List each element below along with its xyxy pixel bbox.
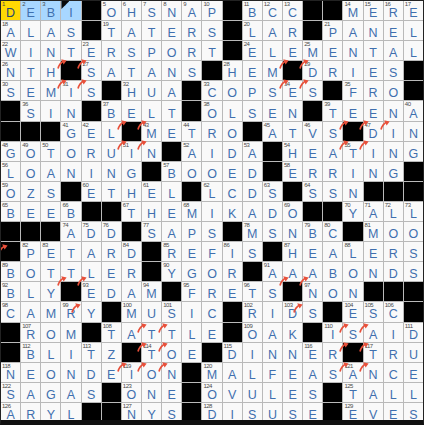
grid-cell-r13c17[interactable]: A — [323, 242, 342, 261]
grid-cell-r20c13[interactable]: U — [243, 383, 262, 402]
grid-cell-r6c18[interactable]: E — [343, 101, 362, 120]
grid-cell-r7c19[interactable]: 47D — [364, 122, 383, 141]
grid-cell-r15c13[interactable]: 96T — [243, 282, 262, 301]
grid-cell-r16c15[interactable]: 103D — [283, 302, 302, 321]
grid-cell-r9c17[interactable]: R — [323, 162, 342, 181]
grid-cell-r2c21[interactable]: L — [404, 21, 423, 40]
grid-cell-r10c13[interactable]: D — [243, 182, 262, 201]
grid-cell-r19c8[interactable]: O — [142, 363, 161, 382]
grid-cell-r8c12[interactable]: D — [223, 142, 242, 161]
grid-cell-r15c7[interactable]: A — [122, 282, 141, 301]
grid-cell-r17c18[interactable]: S — [343, 323, 362, 342]
grid-cell-r11c1[interactable]: 65B — [1, 202, 20, 221]
grid-cell-r6c12[interactable]: L — [223, 101, 242, 120]
grid-cell-r18c6[interactable]: Z — [102, 343, 121, 362]
grid-cell-r14c11[interactable]: O — [202, 262, 221, 281]
grid-cell-r7c20[interactable]: I — [384, 122, 403, 141]
grid-cell-r10c2[interactable]: Z — [21, 182, 40, 201]
grid-cell-r4c2[interactable]: T — [21, 61, 40, 80]
grid-cell-r6c7[interactable]: E — [122, 101, 141, 120]
grid-cell-r13c2[interactable]: 82P — [21, 242, 40, 261]
grid-cell-r9c18[interactable]: I — [343, 162, 362, 181]
grid-cell-r16c7[interactable]: 100M — [122, 302, 141, 321]
grid-cell-r8c18[interactable]: 55T — [343, 142, 362, 161]
grid-cell-r1c3[interactable]: 3B — [41, 1, 60, 20]
grid-cell-r3c7[interactable]: S — [122, 41, 141, 60]
grid-cell-r5c7[interactable]: 32H — [122, 81, 141, 100]
grid-cell-r4c17[interactable]: R — [323, 61, 342, 80]
grid-cell-r1c6[interactable]: 5O — [102, 1, 121, 20]
grid-cell-r12c8[interactable]: 77S — [142, 222, 161, 241]
grid-cell-r14c2[interactable]: O — [21, 262, 40, 281]
grid-cell-r3c11[interactable]: T — [202, 41, 221, 60]
grid-cell-r18c19[interactable]: 117T — [364, 343, 383, 362]
grid-cell-r3c5[interactable]: 23E — [82, 41, 101, 60]
grid-cell-r19c20[interactable]: C — [384, 363, 403, 382]
grid-cell-r4c16[interactable]: 29D — [303, 61, 322, 80]
grid-cell-r19c21[interactable]: E — [404, 363, 423, 382]
grid-cell-r6c2[interactable]: 36S — [21, 101, 40, 120]
grid-cell-r18c13[interactable]: I — [243, 343, 262, 362]
grid-cell-r17c8[interactable]: T — [142, 323, 161, 342]
grid-cell-r2c7[interactable]: A — [122, 21, 141, 40]
grid-cell-r18c12[interactable]: 115D — [223, 343, 242, 362]
grid-cell-r5c8[interactable]: U — [142, 81, 161, 100]
grid-cell-r10c6[interactable]: T — [102, 182, 121, 201]
grid-cell-r10c16[interactable]: 64S — [303, 182, 322, 201]
grid-cell-r15c16[interactable]: 97N — [303, 282, 322, 301]
grid-cell-r19c19[interactable]: N — [364, 363, 383, 382]
grid-cell-r1c8[interactable]: 7S — [142, 1, 161, 20]
grid-cell-r13c3[interactable]: 83E — [41, 242, 60, 261]
grid-cell-r17c17[interactable]: 110I — [323, 323, 342, 342]
grid-cell-r2c20[interactable]: E — [384, 21, 403, 40]
grid-cell-r8c15[interactable]: 54H — [283, 142, 302, 161]
grid-cell-r4c19[interactable]: E — [364, 61, 383, 80]
grid-cell-r11c11[interactable]: I — [202, 202, 221, 221]
grid-cell-r2c10[interactable]: R — [182, 21, 201, 40]
grid-cell-r10c8[interactable]: 61E — [142, 182, 161, 201]
grid-cell-r1c18[interactable]: 14M — [343, 1, 362, 20]
grid-cell-r8c19[interactable]: I — [364, 142, 383, 161]
grid-cell-r5c20[interactable]: O — [384, 81, 403, 100]
grid-cell-r14c4[interactable]: T — [61, 262, 80, 281]
grid-cell-r2c2[interactable]: L — [21, 21, 40, 40]
grid-cell-r3c9[interactable]: O — [162, 41, 181, 60]
crossword-grid[interactable]: 1D2E3B4I5O6H7S8N9A10P11B12C13C14M15E16R1… — [1, 1, 423, 422]
grid-cell-r1c11[interactable]: 10P — [202, 1, 221, 20]
grid-cell-r12c17[interactable]: 80C — [323, 222, 342, 241]
grid-cell-r13c7[interactable]: 84D — [122, 242, 141, 261]
grid-cell-r8c5[interactable]: R — [82, 142, 101, 161]
grid-cell-r12c19[interactable]: 81M — [364, 222, 383, 241]
grid-cell-r20c16[interactable]: S — [303, 383, 322, 402]
grid-cell-r10c3[interactable]: S — [41, 182, 60, 201]
grid-cell-r7c5[interactable]: 42E — [82, 122, 101, 141]
grid-cell-r6c6[interactable]: 37B — [102, 101, 121, 120]
grid-cell-r9c5[interactable]: I — [82, 162, 101, 181]
grid-cell-r9c6[interactable]: N — [102, 162, 121, 181]
grid-cell-r9c1[interactable]: 56L — [1, 162, 20, 181]
grid-cell-r8c8[interactable]: N — [142, 142, 161, 161]
grid-cell-r13c13[interactable]: S — [243, 242, 262, 261]
grid-cell-r13c4[interactable]: T — [61, 242, 80, 261]
grid-cell-r1c7[interactable]: 6H — [122, 1, 141, 20]
grid-cell-r9c19[interactable]: N — [364, 162, 383, 181]
grid-cell-r11c21[interactable]: 73L — [404, 202, 423, 221]
grid-cell-r20c4[interactable]: A — [61, 383, 80, 402]
grid-cell-r15c6[interactable]: D — [102, 282, 121, 301]
grid-cell-r15c1[interactable]: 92B — [1, 282, 20, 301]
grid-cell-r7c17[interactable]: S — [323, 122, 342, 141]
grid-cell-r3c13[interactable]: 24E — [243, 41, 262, 60]
grid-cell-r5c14[interactable]: S — [263, 81, 282, 100]
grid-cell-r19c16[interactable]: A — [303, 363, 322, 382]
grid-cell-r8c16[interactable]: E — [303, 142, 322, 161]
grid-cell-r20c2[interactable]: A — [21, 383, 40, 402]
grid-cell-r3c10[interactable]: R — [182, 41, 201, 60]
grid-cell-r4c8[interactable]: A — [142, 61, 161, 80]
grid-cell-r4c5[interactable]: 27S — [82, 61, 101, 80]
grid-cell-r18c17[interactable]: R — [323, 343, 342, 362]
grid-cell-r17c13[interactable]: 109O — [243, 323, 262, 342]
grid-cell-r11c9[interactable]: E — [162, 202, 181, 221]
grid-cell-r4c9[interactable]: N — [162, 61, 181, 80]
grid-cell-r16c3[interactable]: M — [41, 302, 60, 321]
grid-cell-r8c17[interactable]: A — [323, 142, 342, 161]
grid-cell-r15c5[interactable]: 93E — [82, 282, 101, 301]
grid-cell-r18c3[interactable]: L — [41, 343, 60, 362]
grid-cell-r8c4[interactable]: O — [61, 142, 80, 161]
grid-cell-r12c5[interactable]: 75D — [82, 222, 101, 241]
grid-cell-r3c15[interactable]: E — [283, 41, 302, 60]
grid-cell-r8c3[interactable]: 50T — [41, 142, 60, 161]
grid-cell-r10c17[interactable]: S — [323, 182, 342, 201]
grid-cell-r13c6[interactable]: R — [102, 242, 121, 261]
grid-cell-r2c6[interactable]: 19T — [102, 21, 121, 40]
grid-cell-r1c19[interactable]: 15E — [364, 1, 383, 20]
grid-cell-r14c18[interactable]: O — [343, 262, 362, 281]
grid-cell-r11c14[interactable]: D — [263, 202, 282, 221]
grid-cell-r19c1[interactable]: 118N — [1, 363, 20, 382]
grid-cell-r5c18[interactable]: 35F — [343, 81, 362, 100]
grid-cell-r9c4[interactable]: N — [61, 162, 80, 181]
grid-cell-r3c1[interactable]: 22W — [1, 41, 20, 60]
grid-cell-r6c13[interactable]: S — [243, 101, 262, 120]
grid-cell-r20c5[interactable]: S — [82, 383, 101, 402]
grid-cell-r5c15[interactable]: 34E — [283, 81, 302, 100]
grid-cell-r19c6[interactable]: E — [102, 363, 121, 382]
grid-cell-r4c14[interactable]: M — [263, 61, 282, 80]
grid-cell-r5c5[interactable]: S — [82, 81, 101, 100]
grid-cell-r10c9[interactable]: L — [162, 182, 181, 201]
grid-cell-r16c4[interactable]: 99R — [61, 302, 80, 321]
grid-cell-r3c4[interactable]: T — [61, 41, 80, 60]
grid-cell-r11c15[interactable]: 69O — [283, 202, 302, 221]
grid-cell-r17c7[interactable]: A — [122, 323, 141, 342]
grid-cell-r14c3[interactable]: T — [41, 262, 60, 281]
grid-cell-r19c12[interactable]: A — [223, 363, 242, 382]
grid-cell-r7c10[interactable]: 44T — [182, 122, 201, 141]
grid-cell-r8c10[interactable]: 52A — [182, 142, 201, 161]
grid-cell-r17c9[interactable]: T — [162, 323, 181, 342]
grid-cell-r6c21[interactable]: 40A — [404, 101, 423, 120]
grid-cell-r9c9[interactable]: 57B — [162, 162, 181, 181]
grid-cell-r1c20[interactable]: 16R — [384, 1, 403, 20]
grid-cell-r7c11[interactable]: R — [202, 122, 221, 141]
grid-cell-r8c2[interactable]: 49O — [21, 142, 40, 161]
grid-cell-r11c3[interactable]: E — [41, 202, 60, 221]
grid-cell-r17c19[interactable]: A — [364, 323, 383, 342]
grid-cell-r19c17[interactable]: S — [323, 363, 342, 382]
grid-cell-r12c13[interactable]: 78M — [243, 222, 262, 241]
grid-cell-r9c2[interactable]: O — [21, 162, 40, 181]
grid-cell-r13c10[interactable]: E — [182, 242, 201, 261]
grid-cell-r6c3[interactable]: I — [41, 101, 60, 120]
grid-cell-r12c16[interactable]: 79B — [303, 222, 322, 241]
grid-cell-r2c9[interactable]: E — [162, 21, 181, 40]
grid-cell-r8c7[interactable]: 51I — [122, 142, 141, 161]
grid-cell-r1c2[interactable]: 2E — [21, 1, 40, 20]
grid-cell-r5c4[interactable]: 31I — [61, 81, 80, 100]
grid-cell-r8c20[interactable]: N — [384, 142, 403, 161]
grid-cell-r11c2[interactable]: E — [21, 202, 40, 221]
grid-cell-r19c7[interactable]: 119I — [122, 363, 141, 382]
grid-cell-r16c1[interactable]: 98C — [1, 302, 20, 321]
grid-cell-r14c12[interactable]: R — [223, 262, 242, 281]
grid-cell-r17c10[interactable]: L — [182, 323, 201, 342]
grid-cell-r18c15[interactable]: N — [283, 343, 302, 362]
grid-cell-r3c3[interactable]: N — [41, 41, 60, 60]
grid-cell-r14c9[interactable]: 90Y — [162, 262, 181, 281]
grid-cell-r6c20[interactable]: N — [384, 101, 403, 120]
grid-cell-r5c9[interactable]: A — [162, 81, 181, 100]
grid-cell-r3c20[interactable]: A — [384, 41, 403, 60]
grid-cell-r16c10[interactable]: I — [182, 302, 201, 321]
grid-cell-r11c20[interactable]: 72L — [384, 202, 403, 221]
grid-cell-r9c11[interactable]: O — [202, 162, 221, 181]
grid-cell-r4c7[interactable]: T — [122, 61, 141, 80]
grid-cell-r2c3[interactable]: A — [41, 21, 60, 40]
grid-cell-r18c2[interactable]: 112B — [21, 343, 40, 362]
grid-cell-r14c21[interactable]: S — [404, 262, 423, 281]
grid-cell-r10c1[interactable]: 59O — [1, 182, 20, 201]
grid-cell-r7c6[interactable]: L — [102, 122, 121, 141]
grid-cell-r19c15[interactable]: E — [283, 363, 302, 382]
grid-cell-r18c8[interactable]: 114T — [142, 343, 161, 362]
grid-cell-r14c5[interactable]: L — [82, 262, 101, 281]
grid-cell-r20c14[interactable]: L — [263, 383, 282, 402]
grid-cell-r18c5[interactable]: 113T — [82, 343, 101, 362]
grid-cell-r2c13[interactable]: 20L — [243, 21, 262, 40]
grid-cell-r12c10[interactable]: P — [182, 222, 201, 241]
grid-cell-r5c1[interactable]: 30S — [1, 81, 20, 100]
grid-cell-r20c11[interactable]: 124O — [202, 383, 221, 402]
grid-cell-r7c15[interactable]: T — [283, 122, 302, 141]
grid-cell-r7c4[interactable]: 41G — [61, 122, 80, 141]
grid-cell-r3c17[interactable]: E — [323, 41, 342, 60]
grid-cell-r12c9[interactable]: A — [162, 222, 181, 241]
grid-cell-r5c11[interactable]: 33C — [202, 81, 221, 100]
grid-cell-r8c13[interactable]: 53A — [243, 142, 262, 161]
grid-cell-r6c4[interactable]: N — [61, 101, 80, 120]
grid-cell-r16c18[interactable]: 104E — [343, 302, 362, 321]
grid-cell-r20c7[interactable]: 123O — [122, 383, 141, 402]
grid-cell-r7c12[interactable]: O — [223, 122, 242, 141]
grid-cell-r3c18[interactable]: N — [343, 41, 362, 60]
grid-cell-r4c6[interactable]: A — [102, 61, 121, 80]
grid-cell-r18c21[interactable]: U — [404, 343, 423, 362]
grid-cell-r8c6[interactable]: U — [102, 142, 121, 161]
grid-cell-r10c14[interactable]: 63S — [263, 182, 282, 201]
grid-cell-r9c13[interactable]: D — [243, 162, 262, 181]
grid-cell-r12c20[interactable]: O — [384, 222, 403, 241]
grid-cell-r6c8[interactable]: L — [142, 101, 161, 120]
grid-cell-r6c17[interactable]: 39T — [323, 101, 342, 120]
grid-cell-r1c9[interactable]: 8N — [162, 1, 181, 20]
grid-cell-r13c16[interactable]: E — [303, 242, 322, 261]
grid-cell-r6c15[interactable]: N — [283, 101, 302, 120]
grid-cell-r19c4[interactable]: N — [61, 363, 80, 382]
grid-cell-r9c7[interactable]: G — [122, 162, 141, 181]
grid-cell-r7c9[interactable]: E — [162, 122, 181, 141]
grid-cell-r1c13[interactable]: 11B — [243, 1, 262, 20]
grid-cell-r20c19[interactable]: A — [364, 383, 383, 402]
grid-cell-r19c11[interactable]: 120M — [202, 363, 221, 382]
grid-cell-r3c2[interactable]: I — [21, 41, 40, 60]
grid-cell-r20c3[interactable]: G — [41, 383, 60, 402]
grid-cell-r18c14[interactable]: N — [263, 343, 282, 362]
grid-cell-r15c14[interactable]: S — [263, 282, 282, 301]
grid-cell-r19c2[interactable]: E — [21, 363, 40, 382]
grid-cell-r15c10[interactable]: 95F — [182, 282, 201, 301]
grid-cell-r3c19[interactable]: T — [364, 41, 383, 60]
grid-cell-r17c2[interactable]: 107R — [21, 323, 40, 342]
grid-cell-r17c6[interactable]: 108T — [102, 323, 121, 342]
grid-cell-r13c20[interactable]: R — [384, 242, 403, 261]
grid-cell-r14c14[interactable]: 91A — [263, 262, 282, 281]
grid-cell-r7c21[interactable]: N — [404, 122, 423, 141]
grid-cell-r10c12[interactable]: C — [223, 182, 242, 201]
grid-cell-r5c16[interactable]: S — [303, 81, 322, 100]
grid-cell-r7c8[interactable]: 43M — [142, 122, 161, 141]
grid-cell-r7c14[interactable]: 45A — [263, 122, 282, 141]
grid-cell-r1c14[interactable]: 12C — [263, 1, 282, 20]
grid-cell-r19c18[interactable]: 121A — [343, 363, 362, 382]
grid-cell-r11c13[interactable]: A — [243, 202, 262, 221]
grid-cell-r15c3[interactable]: Y — [41, 282, 60, 301]
grid-cell-r14c10[interactable]: G — [182, 262, 201, 281]
grid-cell-r1c1[interactable]: 1D — [1, 1, 20, 20]
grid-cell-r11c12[interactable]: K — [223, 202, 242, 221]
grid-cell-r13c15[interactable]: 87H — [283, 242, 302, 261]
grid-cell-r12c4[interactable]: 74A — [61, 222, 80, 241]
grid-cell-r16c16[interactable]: S — [303, 302, 322, 321]
grid-cell-r1c10[interactable]: 9A — [182, 1, 201, 20]
grid-cell-r15c2[interactable]: L — [21, 282, 40, 301]
grid-cell-r18c4[interactable]: I — [61, 343, 80, 362]
grid-cell-r10c7[interactable]: H — [122, 182, 141, 201]
grid-cell-r19c14[interactable]: F — [263, 363, 282, 382]
grid-cell-r12c15[interactable]: N — [283, 222, 302, 241]
grid-cell-r1c4[interactable]: 4I — [61, 1, 80, 20]
grid-cell-r14c17[interactable]: B — [323, 262, 342, 281]
grid-cell-r1c15[interactable]: 13C — [283, 1, 302, 20]
grid-cell-r11c19[interactable]: 71A — [364, 202, 383, 221]
grid-cell-r3c6[interactable]: R — [102, 41, 121, 60]
grid-cell-r6c19[interactable]: E — [364, 101, 383, 120]
grid-cell-r5c2[interactable]: E — [21, 81, 40, 100]
grid-cell-r13c12[interactable]: 86I — [223, 242, 242, 261]
grid-cell-r20c20[interactable]: L — [384, 383, 403, 402]
grid-cell-r4c1[interactable]: 26N — [1, 61, 20, 80]
grid-cell-r14c16[interactable]: A — [303, 262, 322, 281]
grid-cell-r2c15[interactable]: R — [283, 21, 302, 40]
grid-cell-r15c18[interactable]: N — [343, 282, 362, 301]
grid-cell-r13c5[interactable]: A — [82, 242, 101, 261]
grid-cell-r16c20[interactable]: 106C — [384, 302, 403, 321]
grid-cell-r15c11[interactable]: R — [202, 282, 221, 301]
grid-cell-r2c18[interactable]: A — [343, 21, 362, 40]
grid-cell-r14c20[interactable]: D — [384, 262, 403, 281]
grid-cell-r15c8[interactable]: 94M — [142, 282, 161, 301]
grid-cell-r2c14[interactable]: A — [263, 21, 282, 40]
grid-cell-r14c7[interactable]: R — [122, 262, 141, 281]
grid-cell-r17c21[interactable]: 111D — [404, 323, 423, 342]
grid-cell-r19c5[interactable]: D — [82, 363, 101, 382]
grid-cell-r16c5[interactable]: Y — [82, 302, 101, 321]
grid-cell-r2c11[interactable]: S — [202, 21, 221, 40]
grid-cell-r18c16[interactable]: 116E — [303, 343, 322, 362]
grid-cell-r14c1[interactable]: 89B — [1, 262, 20, 281]
grid-cell-r11c7[interactable]: 67T — [122, 202, 141, 221]
grid-cell-r18c9[interactable]: O — [162, 343, 181, 362]
grid-cell-r9c10[interactable]: O — [182, 162, 201, 181]
grid-cell-r13c18[interactable]: 88L — [343, 242, 362, 261]
grid-cell-r2c19[interactable]: N — [364, 21, 383, 40]
grid-cell-r8c11[interactable]: I — [202, 142, 221, 161]
grid-cell-r16c2[interactable]: A — [21, 302, 40, 321]
grid-cell-r12c6[interactable]: 76D — [102, 222, 121, 241]
grid-cell-r16c8[interactable]: U — [142, 302, 161, 321]
grid-cell-r4c3[interactable]: H — [41, 61, 60, 80]
grid-cell-r9c12[interactable]: E — [223, 162, 242, 181]
grid-cell-r17c15[interactable]: K — [283, 323, 302, 342]
grid-cell-r13c11[interactable]: F — [202, 242, 221, 261]
grid-cell-r1c21[interactable]: 17E — [404, 1, 423, 20]
grid-cell-r12c21[interactable]: O — [404, 222, 423, 241]
grid-cell-r16c11[interactable]: C — [202, 302, 221, 321]
grid-cell-r20c8[interactable]: N — [142, 383, 161, 402]
grid-cell-r16c14[interactable]: I — [263, 302, 282, 321]
grid-cell-r6c14[interactable]: E — [263, 101, 282, 120]
grid-cell-r3c8[interactable]: P — [142, 41, 161, 60]
grid-cell-r3c21[interactable]: L — [404, 41, 423, 60]
grid-cell-r16c19[interactable]: 105S — [364, 302, 383, 321]
grid-cell-r4c20[interactable]: S — [384, 61, 403, 80]
grid-cell-r3c16[interactable]: 25M — [303, 41, 322, 60]
grid-cell-r19c3[interactable]: O — [41, 363, 60, 382]
grid-cell-r9c20[interactable]: G — [384, 162, 403, 181]
grid-cell-r14c6[interactable]: E — [102, 262, 121, 281]
grid-cell-r4c10[interactable]: S — [182, 61, 201, 80]
grid-cell-r15c12[interactable]: E — [223, 282, 242, 301]
grid-cell-r10c18[interactable]: N — [343, 182, 362, 201]
grid-cell-r11c10[interactable]: 68M — [182, 202, 201, 221]
grid-cell-r19c13[interactable]: L — [243, 363, 262, 382]
grid-cell-r3c14[interactable]: L — [263, 41, 282, 60]
grid-cell-r12c11[interactable]: S — [202, 222, 221, 241]
